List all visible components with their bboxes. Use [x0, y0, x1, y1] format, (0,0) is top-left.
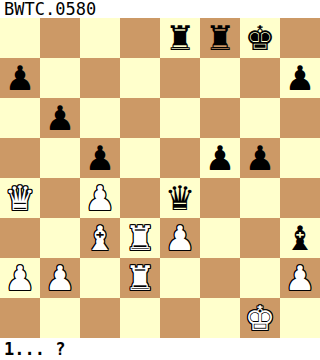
black-bishop[interactable]: ♝	[285, 218, 315, 258]
black-pawn[interactable]: ♟	[285, 58, 315, 98]
square-c6[interactable]	[80, 98, 120, 138]
square-d5[interactable]	[120, 138, 160, 178]
square-e2[interactable]	[160, 258, 200, 298]
square-b6[interactable]: ♟	[40, 98, 80, 138]
square-h2[interactable]: ♟	[280, 258, 320, 298]
square-b7[interactable]	[40, 58, 80, 98]
move-prompt: 1... ?	[4, 338, 65, 360]
white-rook[interactable]: ♜	[125, 218, 155, 258]
black-queen[interactable]: ♛	[165, 178, 195, 218]
square-f3[interactable]	[200, 218, 240, 258]
square-f2[interactable]	[200, 258, 240, 298]
square-f8[interactable]: ♜	[200, 18, 240, 58]
square-h7[interactable]: ♟	[280, 58, 320, 98]
square-a7[interactable]: ♟	[0, 58, 40, 98]
square-a5[interactable]	[0, 138, 40, 178]
square-g1[interactable]: ♚	[240, 298, 280, 338]
white-pawn[interactable]: ♟	[5, 258, 35, 298]
white-queen[interactable]: ♛	[5, 178, 35, 218]
square-d2[interactable]: ♜	[120, 258, 160, 298]
square-e4[interactable]: ♛	[160, 178, 200, 218]
white-pawn[interactable]: ♟	[285, 258, 315, 298]
square-g7[interactable]	[240, 58, 280, 98]
square-h3[interactable]: ♝	[280, 218, 320, 258]
square-b4[interactable]	[40, 178, 80, 218]
black-rook[interactable]: ♜	[205, 18, 235, 58]
square-h5[interactable]	[280, 138, 320, 178]
black-rook[interactable]: ♜	[165, 18, 195, 58]
square-c1[interactable]	[80, 298, 120, 338]
black-pawn[interactable]: ♟	[45, 98, 75, 138]
black-king[interactable]: ♚	[245, 18, 275, 58]
white-pawn[interactable]: ♟	[45, 258, 75, 298]
square-f6[interactable]	[200, 98, 240, 138]
square-e5[interactable]	[160, 138, 200, 178]
square-a4[interactable]: ♛	[0, 178, 40, 218]
white-pawn[interactable]: ♟	[165, 218, 195, 258]
square-g5[interactable]: ♟	[240, 138, 280, 178]
black-pawn[interactable]: ♟	[5, 58, 35, 98]
square-d4[interactable]	[120, 178, 160, 218]
square-g3[interactable]	[240, 218, 280, 258]
square-c2[interactable]	[80, 258, 120, 298]
black-pawn[interactable]: ♟	[245, 138, 275, 178]
square-c4[interactable]: ♟	[80, 178, 120, 218]
square-h6[interactable]	[280, 98, 320, 138]
square-b8[interactable]	[40, 18, 80, 58]
white-bishop[interactable]: ♝	[85, 218, 115, 258]
square-h8[interactable]	[280, 18, 320, 58]
square-a8[interactable]	[0, 18, 40, 58]
square-h4[interactable]	[280, 178, 320, 218]
square-b1[interactable]	[40, 298, 80, 338]
puzzle-id: BWTC.0580	[4, 0, 96, 18]
square-d7[interactable]	[120, 58, 160, 98]
square-f7[interactable]	[200, 58, 240, 98]
square-c8[interactable]	[80, 18, 120, 58]
black-pawn[interactable]: ♟	[205, 138, 235, 178]
square-a1[interactable]	[0, 298, 40, 338]
square-g6[interactable]	[240, 98, 280, 138]
square-e7[interactable]	[160, 58, 200, 98]
square-d1[interactable]	[120, 298, 160, 338]
white-king[interactable]: ♚	[245, 298, 275, 338]
square-g2[interactable]	[240, 258, 280, 298]
square-f4[interactable]	[200, 178, 240, 218]
square-a6[interactable]	[0, 98, 40, 138]
square-b5[interactable]	[40, 138, 80, 178]
square-e3[interactable]: ♟	[160, 218, 200, 258]
square-h1[interactable]	[280, 298, 320, 338]
chess-board: ♜♜♚♟♟♟♟♟♟♛♟♛♝♜♟♝♟♟♜♟♚	[0, 18, 320, 338]
square-b2[interactable]: ♟	[40, 258, 80, 298]
square-d8[interactable]	[120, 18, 160, 58]
square-d3[interactable]: ♜	[120, 218, 160, 258]
square-e8[interactable]: ♜	[160, 18, 200, 58]
white-rook[interactable]: ♜	[125, 258, 155, 298]
square-e6[interactable]	[160, 98, 200, 138]
square-e1[interactable]	[160, 298, 200, 338]
square-f5[interactable]: ♟	[200, 138, 240, 178]
square-d6[interactable]	[120, 98, 160, 138]
square-a2[interactable]: ♟	[0, 258, 40, 298]
black-pawn[interactable]: ♟	[85, 138, 115, 178]
white-pawn[interactable]: ♟	[85, 178, 115, 218]
square-b3[interactable]	[40, 218, 80, 258]
square-c5[interactable]: ♟	[80, 138, 120, 178]
square-a3[interactable]	[0, 218, 40, 258]
square-c7[interactable]	[80, 58, 120, 98]
square-f1[interactable]	[200, 298, 240, 338]
title-bar: BWTC.0580	[0, 0, 320, 18]
status-bar: 1... ?	[0, 338, 320, 360]
square-c3[interactable]: ♝	[80, 218, 120, 258]
square-g8[interactable]: ♚	[240, 18, 280, 58]
square-g4[interactable]	[240, 178, 280, 218]
